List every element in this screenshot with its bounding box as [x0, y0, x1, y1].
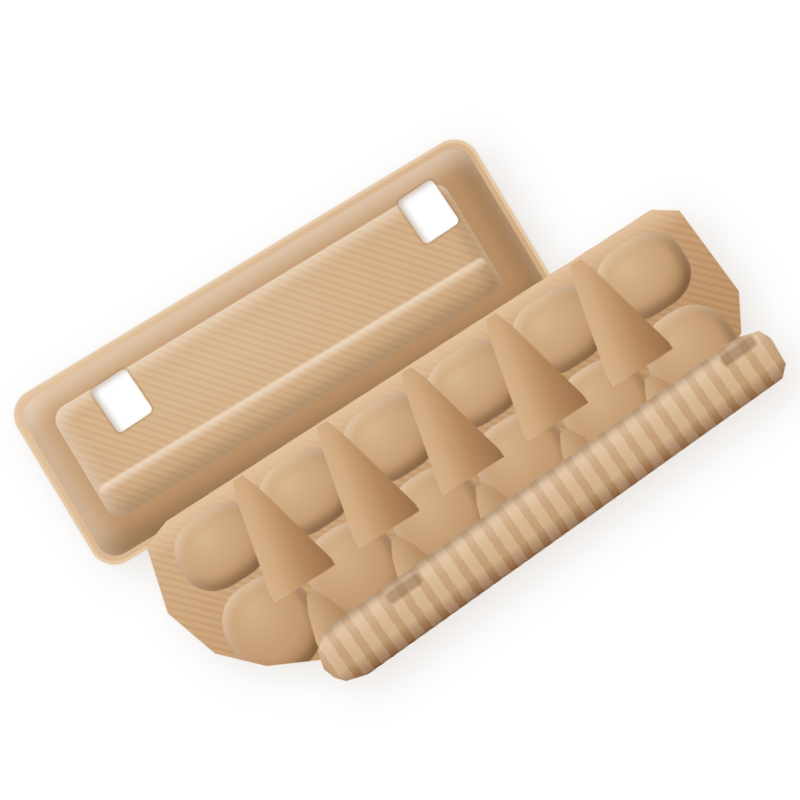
cone-post-5	[545, 243, 674, 388]
photo-stage	[0, 0, 800, 800]
egg-carton	[16, 52, 800, 790]
